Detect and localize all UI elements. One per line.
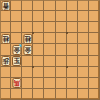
board-cell[interactable] xyxy=(44,11,55,22)
board-cell[interactable] xyxy=(44,33,55,44)
board-cell[interactable] xyxy=(78,22,89,33)
shogi-piece-gold[interactable]: 金 xyxy=(23,45,32,55)
board-cell[interactable] xyxy=(11,0,22,11)
board-cell[interactable] xyxy=(78,56,89,67)
board-cell[interactable] xyxy=(78,78,89,89)
piece-kanji: 金 xyxy=(25,47,32,54)
board-cell[interactable] xyxy=(56,78,67,89)
board-cell[interactable] xyxy=(33,0,44,11)
board-cell[interactable] xyxy=(56,0,67,11)
board-cell[interactable] xyxy=(22,67,33,78)
piece-kanji: 歩 xyxy=(2,58,9,65)
board-cell[interactable] xyxy=(33,11,44,22)
board-cell[interactable] xyxy=(78,67,89,78)
board-cell[interactable] xyxy=(67,67,78,78)
board-cell[interactable] xyxy=(89,33,100,44)
board-cell[interactable] xyxy=(0,44,11,55)
board-cell[interactable] xyxy=(67,56,78,67)
board-cell[interactable] xyxy=(11,89,22,100)
board-cell[interactable] xyxy=(89,67,100,78)
board-cell[interactable] xyxy=(0,22,11,33)
star-point xyxy=(66,32,68,34)
star-point xyxy=(32,32,34,34)
star-point xyxy=(66,66,68,68)
board-cell[interactable] xyxy=(33,56,44,67)
board-cell[interactable] xyxy=(89,78,100,89)
board-cell[interactable] xyxy=(89,11,100,22)
shogi-piece-gold[interactable]: 金 xyxy=(12,45,21,55)
board-cell[interactable] xyxy=(33,78,44,89)
board-cell[interactable] xyxy=(0,89,11,100)
piece-kanji: 香 xyxy=(2,2,9,9)
shogi-board: 香桂桂金金歩玉馬 xyxy=(0,0,100,100)
board-cell[interactable] xyxy=(11,67,22,78)
board-cell[interactable] xyxy=(0,78,11,89)
board-cell[interactable] xyxy=(11,33,22,44)
board-cell[interactable] xyxy=(56,33,67,44)
star-point xyxy=(32,66,34,68)
board-cell[interactable] xyxy=(67,0,78,11)
board-cell[interactable] xyxy=(22,89,33,100)
board-cell[interactable] xyxy=(22,78,33,89)
board-cell[interactable] xyxy=(56,67,67,78)
board-cell[interactable] xyxy=(44,44,55,55)
board-cell[interactable] xyxy=(44,0,55,11)
board-cell[interactable] xyxy=(78,11,89,22)
board-cell[interactable] xyxy=(33,33,44,44)
board-cell[interactable] xyxy=(89,22,100,33)
board-cell[interactable] xyxy=(89,56,100,67)
board-cell[interactable] xyxy=(89,89,100,100)
board-cell[interactable] xyxy=(78,33,89,44)
board-cell[interactable] xyxy=(22,0,33,11)
piece-kanji: 玉 xyxy=(13,58,20,64)
board-cell[interactable] xyxy=(67,22,78,33)
board-cell[interactable] xyxy=(89,44,100,55)
shogi-piece-knight[interactable]: 桂 xyxy=(23,34,32,44)
board-cell[interactable] xyxy=(78,44,89,55)
shogi-piece-pawn[interactable]: 歩 xyxy=(1,56,10,66)
board-cell[interactable] xyxy=(56,44,67,55)
piece-kanji: 金 xyxy=(13,47,20,54)
board-cell[interactable] xyxy=(33,22,44,33)
board-cell[interactable] xyxy=(0,11,11,22)
piece-kanji: 桂 xyxy=(2,35,9,42)
board-cell[interactable] xyxy=(11,22,22,33)
board-cell[interactable] xyxy=(33,89,44,100)
shogi-piece-king[interactable]: 玉 xyxy=(12,56,21,66)
board-cell[interactable] xyxy=(67,89,78,100)
piece-kanji: 馬 xyxy=(13,80,20,87)
board-cell[interactable] xyxy=(44,56,55,67)
board-cell[interactable] xyxy=(89,0,100,11)
board-cell[interactable] xyxy=(78,0,89,11)
board-cell[interactable] xyxy=(67,33,78,44)
board-cell[interactable] xyxy=(44,67,55,78)
board-cell[interactable] xyxy=(78,89,89,100)
board-cell[interactable] xyxy=(67,44,78,55)
board-cell[interactable] xyxy=(44,22,55,33)
board-cell[interactable] xyxy=(44,78,55,89)
shogi-piece-lance[interactable]: 香 xyxy=(1,1,10,11)
board-cell[interactable] xyxy=(44,89,55,100)
board-cell[interactable] xyxy=(0,67,11,78)
board-cell[interactable] xyxy=(56,11,67,22)
board-cell[interactable] xyxy=(11,11,22,22)
board-cell[interactable] xyxy=(67,78,78,89)
board-cell[interactable] xyxy=(33,67,44,78)
board-cell[interactable] xyxy=(67,11,78,22)
board-cell[interactable] xyxy=(22,11,33,22)
board-cell[interactable] xyxy=(33,44,44,55)
piece-kanji: 桂 xyxy=(25,35,32,42)
board-cell[interactable] xyxy=(56,89,67,100)
shogi-piece-promoted-bishop[interactable]: 馬 xyxy=(12,78,21,88)
shogi-piece-knight[interactable]: 桂 xyxy=(1,34,10,44)
